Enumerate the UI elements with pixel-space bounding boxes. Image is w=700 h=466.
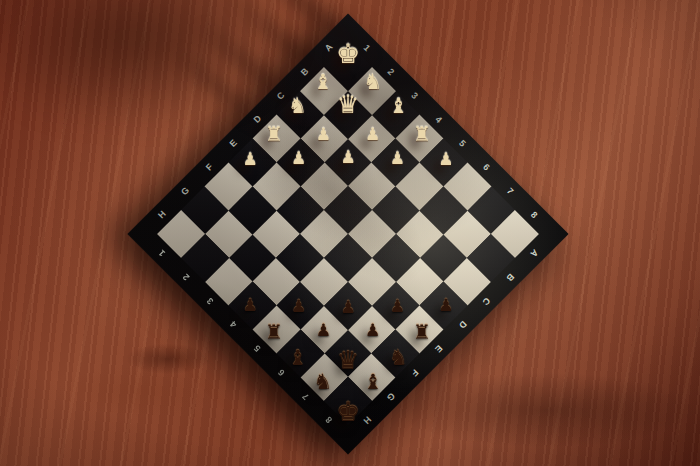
piece-white-rook-d1[interactable]: ♜ <box>265 124 283 144</box>
piece-white-pawn-b3[interactable]: ♟ <box>365 126 380 143</box>
piece-white-knight-c1[interactable]: ♞ <box>288 96 307 117</box>
piece-white-pawn-e1[interactable]: ♟ <box>243 151 258 168</box>
piece-black-pawn-f7[interactable]: ♟ <box>365 323 380 340</box>
piece-black-pawn-e7[interactable]: ♟ <box>390 299 405 316</box>
piece-white-pawn-c2[interactable]: ♟ <box>316 126 331 143</box>
piece-black-pawn-h4[interactable]: ♟ <box>243 298 258 315</box>
piece-black-pawn-f6[interactable]: ♟ <box>340 299 355 316</box>
piece-white-bishop-a3[interactable]: ♝ <box>389 96 408 117</box>
piece-white-bishop-b1[interactable]: ♝ <box>314 72 333 93</box>
piece-white-queen-b2[interactable]: ♛ <box>337 92 359 117</box>
piece-black-king-h8[interactable]: ♚ <box>336 398 360 425</box>
table-surface: ABCDEFGH 12345678 12345678 ABCDEFGH ♚♝♞♜… <box>0 0 700 466</box>
piece-black-pawn-d8[interactable]: ♟ <box>438 298 453 315</box>
piece-black-knight-f8[interactable]: ♞ <box>389 348 408 369</box>
piece-white-king-a1[interactable]: ♚ <box>336 40 360 67</box>
piece-black-pawn-g6[interactable]: ♟ <box>316 323 331 340</box>
piece-black-queen-g7[interactable]: ♛ <box>337 348 359 373</box>
piece-white-pawn-b4[interactable]: ♟ <box>390 150 405 167</box>
piece-white-rook-a4[interactable]: ♜ <box>413 124 431 144</box>
piece-white-pawn-d2[interactable]: ♟ <box>291 150 306 167</box>
piece-black-pawn-g5[interactable]: ♟ <box>291 299 306 316</box>
piece-black-bishop-g8[interactable]: ♝ <box>364 372 383 393</box>
chess-board[interactable]: ABCDEFGH 12345678 12345678 ABCDEFGH <box>127 13 568 454</box>
piece-white-pawn-c3[interactable]: ♟ <box>340 150 355 167</box>
piece-white-pawn-a5[interactable]: ♟ <box>438 151 453 168</box>
piece-black-bishop-h6[interactable]: ♝ <box>288 348 307 369</box>
piece-black-knight-h7[interactable]: ♞ <box>314 372 333 393</box>
piece-black-rook-h5[interactable]: ♜ <box>265 321 283 341</box>
piece-black-rook-e8[interactable]: ♜ <box>413 321 431 341</box>
piece-white-knight-a2[interactable]: ♞ <box>364 72 383 93</box>
